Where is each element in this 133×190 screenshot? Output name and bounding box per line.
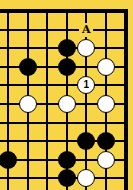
white-stone [19, 95, 37, 113]
white-stone [77, 39, 95, 57]
white-stone [58, 95, 76, 113]
board-h-line [0, 29, 128, 31]
board-right-edge-line [124, 9, 128, 190]
white-stone [97, 151, 115, 169]
white-stone: 1 [77, 76, 95, 94]
point-label-A: A [79, 23, 93, 37]
board-top-edge-line [0, 9, 128, 13]
board-v-line [46, 9, 48, 190]
black-stone [19, 58, 37, 76]
black-stone [0, 151, 17, 169]
white-stone [77, 169, 95, 187]
board-h-line [0, 122, 128, 124]
white-stone [97, 58, 115, 76]
black-stone [58, 58, 76, 76]
black-stone [97, 132, 115, 150]
go-board[interactable]: 1A [0, 0, 133, 190]
black-stone [58, 169, 76, 187]
black-stone [58, 39, 76, 57]
board-h-line [0, 84, 128, 86]
black-stone [58, 151, 76, 169]
black-stone [77, 132, 95, 150]
stone-move-number: 1 [84, 80, 90, 90]
white-stone [97, 95, 115, 113]
